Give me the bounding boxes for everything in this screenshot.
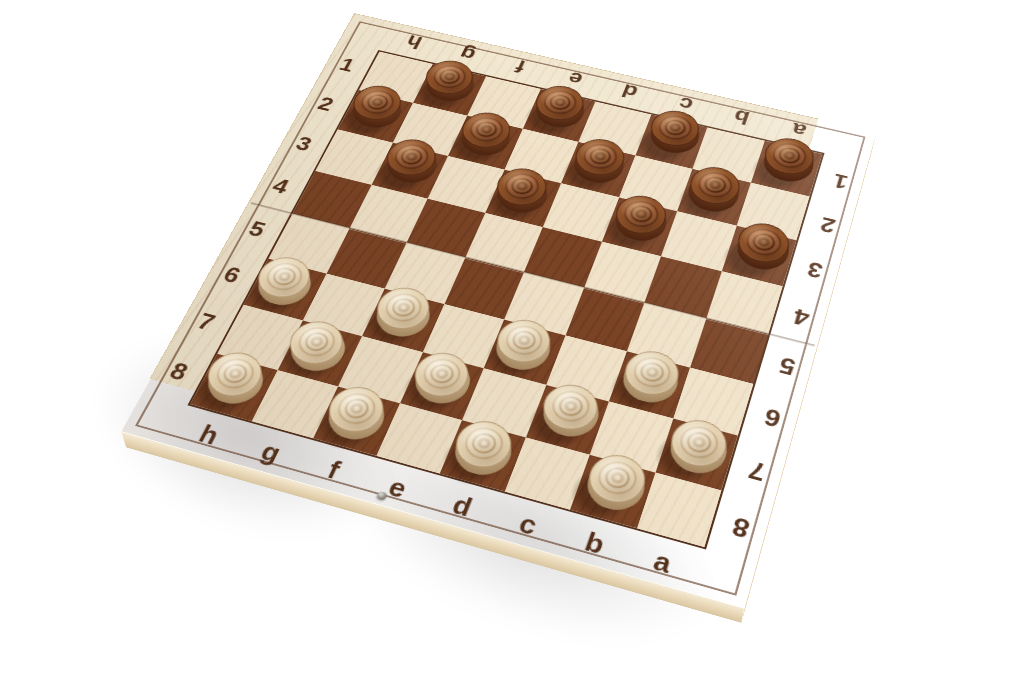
checker-dark[interactable]	[610, 191, 672, 239]
photo-stage: hgfedcba hgfedcba 12345678 12345678	[0, 0, 1024, 680]
board-scene: hgfedcba hgfedcba 12345678 12345678	[240, 0, 808, 556]
square-a4[interactable]	[706, 271, 783, 334]
square-f8[interactable]	[313, 386, 399, 456]
square-a5[interactable]	[690, 318, 769, 384]
